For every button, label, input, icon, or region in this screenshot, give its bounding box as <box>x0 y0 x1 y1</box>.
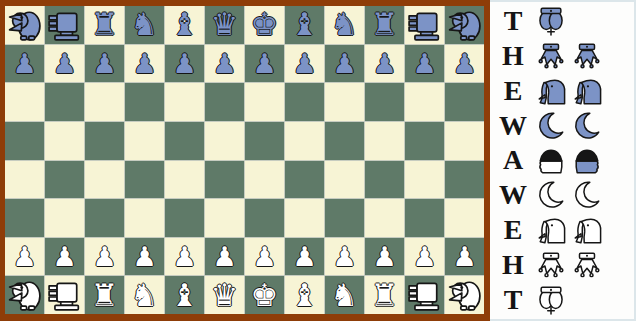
square-f3[interactable] <box>205 199 244 237</box>
square-a2[interactable]: ♟ <box>5 238 44 276</box>
piece-white-bishop[interactable]: ♝ <box>171 280 199 311</box>
piece-white-bishop[interactable]: ♝ <box>291 280 319 311</box>
square-g4[interactable] <box>245 161 284 199</box>
square-g5[interactable] <box>245 122 284 160</box>
piece-white-pawn[interactable]: ♟ <box>412 243 436 270</box>
square-g8[interactable]: ♚ <box>245 6 284 44</box>
square-e8[interactable]: ♝ <box>165 6 204 44</box>
piece-white-pawn[interactable]: ♟ <box>292 243 316 270</box>
square-g2[interactable]: ♟ <box>245 238 284 276</box>
piece-white-pawn[interactable]: ♟ <box>252 243 276 270</box>
reserve-row-t-0: T <box>490 4 634 39</box>
square-b3[interactable] <box>45 199 84 237</box>
reserve-icons <box>536 76 602 106</box>
square-c3[interactable] <box>85 199 124 237</box>
reserve-letter: T <box>490 7 536 35</box>
square-i8[interactable]: ♞ <box>325 6 364 44</box>
square-a3[interactable] <box>5 199 44 237</box>
square-a5[interactable] <box>5 122 44 160</box>
square-a6[interactable] <box>5 83 44 121</box>
square-j6[interactable] <box>365 83 404 121</box>
square-h8[interactable]: ♝ <box>285 6 324 44</box>
piece-blue-king[interactable]: ♚ <box>251 9 279 40</box>
piece-white-queen[interactable]: ♛ <box>211 280 239 311</box>
square-k4[interactable] <box>405 161 444 199</box>
square-d6[interactable] <box>125 83 164 121</box>
piece-blue-pawn[interactable]: ♟ <box>372 50 396 77</box>
square-i7[interactable]: ♟ <box>325 45 364 83</box>
square-e6[interactable] <box>165 83 204 121</box>
reserve-row-a-4: A <box>490 143 634 178</box>
head-icon[interactable] <box>572 145 602 175</box>
square-f5[interactable] <box>205 122 244 160</box>
piece-blue-bishop[interactable]: ♝ <box>291 9 319 40</box>
piece-white-pawn[interactable]: ♟ <box>172 243 196 270</box>
moon-icon[interactable] <box>536 111 566 141</box>
reserve-icons <box>536 285 566 315</box>
piece-white-pawn[interactable]: ♟ <box>92 243 116 270</box>
square-c1[interactable]: ♜ <box>85 276 124 314</box>
square-g6[interactable] <box>245 83 284 121</box>
square-k1[interactable] <box>405 276 444 314</box>
square-i1[interactable]: ♞ <box>325 276 364 314</box>
square-j3[interactable] <box>365 199 404 237</box>
square-e7[interactable]: ♟ <box>165 45 204 83</box>
reserve-icons <box>536 250 602 280</box>
square-i5[interactable] <box>325 122 364 160</box>
elephant-icon[interactable] <box>536 76 566 106</box>
piece-blue-lion[interactable] <box>447 8 482 42</box>
square-a1[interactable] <box>5 276 44 314</box>
piece-blue-pawn[interactable]: ♟ <box>412 50 436 77</box>
piece-blue-queen[interactable]: ♛ <box>211 9 239 40</box>
trousers-icon[interactable] <box>536 285 566 315</box>
square-k2[interactable]: ♟ <box>405 238 444 276</box>
piece-white-cannon[interactable] <box>407 278 442 312</box>
square-f1[interactable]: ♛ <box>205 276 244 314</box>
piece-white-pawn[interactable]: ♟ <box>212 243 236 270</box>
square-b6[interactable] <box>45 83 84 121</box>
reserve-panel: THEWAWEHT <box>490 0 636 321</box>
piece-white-pawn[interactable]: ♟ <box>132 243 156 270</box>
piece-blue-knight[interactable]: ♞ <box>331 9 359 40</box>
square-d4[interactable] <box>125 161 164 199</box>
chess-variant-app: ♜♞♝♛♚♝♞♜♟♟♟♟♟♟♟♟♟♟♟♟♟♟♟♟♟♟♟♟♟♟♟♟♜♞♝♛♚♝♞♜… <box>0 0 636 321</box>
square-h5[interactable] <box>285 122 324 160</box>
square-e4[interactable] <box>165 161 204 199</box>
piece-blue-bishop[interactable]: ♝ <box>171 9 199 40</box>
piece-blue-pawn[interactable]: ♟ <box>92 50 116 77</box>
square-a8[interactable] <box>5 6 44 44</box>
square-g3[interactable] <box>245 199 284 237</box>
reserve-row-e-6: E <box>490 213 634 248</box>
reserve-row-h-1: H <box>490 39 634 74</box>
reserve-letter: H <box>490 42 536 70</box>
head-icon[interactable] <box>536 145 566 175</box>
square-j4[interactable] <box>365 161 404 199</box>
square-b4[interactable] <box>45 161 84 199</box>
square-b2[interactable]: ♟ <box>45 238 84 276</box>
square-h6[interactable] <box>285 83 324 121</box>
piece-white-pawn[interactable]: ♟ <box>452 243 476 270</box>
square-d1[interactable]: ♞ <box>125 276 164 314</box>
square-g7[interactable]: ♟ <box>245 45 284 83</box>
reserve-letter: E <box>490 77 536 105</box>
square-b8[interactable] <box>45 6 84 44</box>
reserve-row-w-3: W <box>490 108 634 143</box>
square-j2[interactable]: ♟ <box>365 238 404 276</box>
moon-icon[interactable] <box>572 180 602 210</box>
reserve-icons <box>536 180 602 210</box>
square-i4[interactable] <box>325 161 364 199</box>
square-h7[interactable]: ♟ <box>285 45 324 83</box>
square-i3[interactable] <box>325 199 364 237</box>
piece-blue-pawn[interactable]: ♟ <box>252 50 276 77</box>
moon-icon[interactable] <box>572 111 602 141</box>
board-frame: ♜♞♝♛♚♝♞♜♟♟♟♟♟♟♟♟♟♟♟♟♟♟♟♟♟♟♟♟♟♟♟♟♜♞♝♛♚♝♞♜ <box>0 0 490 321</box>
piece-blue-pawn[interactable]: ♟ <box>172 50 196 77</box>
piece-white-pawn[interactable]: ♟ <box>12 243 36 270</box>
reserve-row-h-7: H <box>490 247 634 282</box>
square-b5[interactable] <box>45 122 84 160</box>
square-f8[interactable]: ♛ <box>205 6 244 44</box>
square-h3[interactable] <box>285 199 324 237</box>
square-k5[interactable] <box>405 122 444 160</box>
square-f6[interactable] <box>205 83 244 121</box>
reserve-icons <box>536 111 602 141</box>
piece-blue-rook[interactable]: ♜ <box>371 9 399 40</box>
square-d7[interactable]: ♟ <box>125 45 164 83</box>
square-c8[interactable]: ♜ <box>85 6 124 44</box>
square-j8[interactable]: ♜ <box>365 6 404 44</box>
jester-icon[interactable] <box>572 250 602 280</box>
piece-white-king[interactable]: ♚ <box>251 280 279 311</box>
square-c6[interactable] <box>85 83 124 121</box>
square-d3[interactable] <box>125 199 164 237</box>
piece-blue-pawn[interactable]: ♟ <box>332 50 356 77</box>
square-f2[interactable]: ♟ <box>205 238 244 276</box>
piece-white-pawn[interactable]: ♟ <box>372 243 396 270</box>
square-d2[interactable]: ♟ <box>125 238 164 276</box>
square-l8[interactable] <box>445 6 484 44</box>
reserve-icons <box>536 41 602 71</box>
reserve-letter: W <box>490 112 536 140</box>
piece-blue-rook[interactable]: ♜ <box>91 9 119 40</box>
jester-icon[interactable] <box>536 250 566 280</box>
square-k6[interactable] <box>405 83 444 121</box>
square-b7[interactable]: ♟ <box>45 45 84 83</box>
square-l4[interactable] <box>445 161 484 199</box>
piece-blue-cannon[interactable] <box>407 8 442 42</box>
reserve-icons <box>536 215 602 245</box>
square-l7[interactable]: ♟ <box>445 45 484 83</box>
reserve-letter: E <box>490 216 536 244</box>
square-c5[interactable] <box>85 122 124 160</box>
chess-board: ♜♞♝♛♚♝♞♜♟♟♟♟♟♟♟♟♟♟♟♟♟♟♟♟♟♟♟♟♟♟♟♟♜♞♝♛♚♝♞♜ <box>5 6 484 314</box>
trousers-icon[interactable] <box>536 6 566 36</box>
reserve-letter: T <box>490 286 536 314</box>
square-l6[interactable] <box>445 83 484 121</box>
square-f4[interactable] <box>205 161 244 199</box>
reserve-row-w-5: W <box>490 178 634 213</box>
reserve-row-t-8: T <box>490 282 634 317</box>
reserve-letter: H <box>490 251 536 279</box>
square-i6[interactable] <box>325 83 364 121</box>
square-d8[interactable]: ♞ <box>125 6 164 44</box>
square-f7[interactable]: ♟ <box>205 45 244 83</box>
square-e1[interactable]: ♝ <box>165 276 204 314</box>
piece-blue-pawn[interactable]: ♟ <box>52 50 76 77</box>
piece-white-lion[interactable] <box>447 278 482 312</box>
square-d5[interactable] <box>125 122 164 160</box>
square-j7[interactable]: ♟ <box>365 45 404 83</box>
piece-white-rook[interactable]: ♜ <box>91 280 119 311</box>
piece-blue-pawn[interactable]: ♟ <box>132 50 156 77</box>
square-c2[interactable]: ♟ <box>85 238 124 276</box>
piece-blue-pawn[interactable]: ♟ <box>12 50 36 77</box>
square-b1[interactable] <box>45 276 84 314</box>
square-j5[interactable] <box>365 122 404 160</box>
piece-white-knight[interactable]: ♞ <box>131 280 159 311</box>
square-c7[interactable]: ♟ <box>85 45 124 83</box>
square-h1[interactable]: ♝ <box>285 276 324 314</box>
square-h4[interactable] <box>285 161 324 199</box>
square-i2[interactable]: ♟ <box>325 238 364 276</box>
reserve-letter: W <box>490 181 536 209</box>
square-c4[interactable] <box>85 161 124 199</box>
elephant-icon[interactable] <box>536 215 566 245</box>
reserve-icons <box>536 145 602 175</box>
reserve-letter: A <box>490 146 536 174</box>
square-h2[interactable]: ♟ <box>285 238 324 276</box>
square-j1[interactable]: ♜ <box>365 276 404 314</box>
square-e5[interactable] <box>165 122 204 160</box>
square-a7[interactable]: ♟ <box>5 45 44 83</box>
square-l3[interactable] <box>445 199 484 237</box>
piece-blue-pawn[interactable]: ♟ <box>292 50 316 77</box>
jester-icon[interactable] <box>536 41 566 71</box>
moon-icon[interactable] <box>536 180 566 210</box>
square-a4[interactable] <box>5 161 44 199</box>
piece-white-rook[interactable]: ♜ <box>371 280 399 311</box>
square-k7[interactable]: ♟ <box>405 45 444 83</box>
reserve-icons <box>536 6 566 36</box>
square-k3[interactable] <box>405 199 444 237</box>
piece-blue-knight[interactable]: ♞ <box>131 9 159 40</box>
piece-white-pawn[interactable]: ♟ <box>332 243 356 270</box>
jester-icon[interactable] <box>572 41 602 71</box>
piece-white-cannon[interactable] <box>47 278 82 312</box>
square-l5[interactable] <box>445 122 484 160</box>
piece-blue-cannon[interactable] <box>47 8 82 42</box>
reserve-row-e-2: E <box>490 74 634 109</box>
elephant-icon[interactable] <box>572 215 602 245</box>
square-g1[interactable]: ♚ <box>245 276 284 314</box>
square-l1[interactable] <box>445 276 484 314</box>
piece-blue-pawn[interactable]: ♟ <box>212 50 236 77</box>
piece-blue-lion[interactable] <box>7 8 42 42</box>
square-e2[interactable]: ♟ <box>165 238 204 276</box>
square-k8[interactable] <box>405 6 444 44</box>
elephant-icon[interactable] <box>572 76 602 106</box>
piece-white-lion[interactable] <box>7 278 42 312</box>
square-e3[interactable] <box>165 199 204 237</box>
square-l2[interactable]: ♟ <box>445 238 484 276</box>
piece-blue-pawn[interactable]: ♟ <box>452 50 476 77</box>
piece-white-knight[interactable]: ♞ <box>331 280 359 311</box>
piece-white-pawn[interactable]: ♟ <box>52 243 76 270</box>
